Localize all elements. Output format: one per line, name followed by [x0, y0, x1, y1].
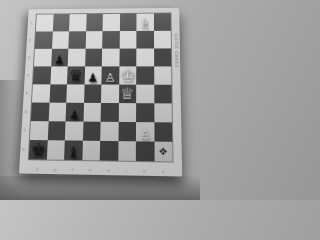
- square-e6: [83, 103, 101, 122]
- file-label-c: c: [125, 168, 127, 173]
- square-f1: [69, 14, 86, 31]
- square-b2: [136, 31, 153, 49]
- white-pawn: ♙: [105, 72, 116, 84]
- square-f6: ♟: [66, 103, 84, 122]
- square-e7: [82, 122, 100, 141]
- square-e2: [85, 31, 102, 49]
- rank-label-4: 4: [27, 73, 30, 78]
- square-g5: [49, 84, 67, 102]
- square-f5: [66, 84, 84, 102]
- square-b7: ♙: [136, 122, 154, 141]
- square-h8: ♚: [29, 140, 47, 160]
- square-a7: [154, 122, 172, 142]
- file-label-e: e: [89, 167, 92, 172]
- square-c7: [118, 122, 136, 141]
- square-b4: [136, 66, 154, 84]
- rank-label-2: 2: [29, 38, 32, 43]
- rank-label-1: 1: [30, 21, 33, 25]
- black-king: ♚: [30, 141, 46, 158]
- square-a1: [153, 13, 170, 30]
- square-g6: [48, 103, 66, 122]
- square-h7: [30, 121, 48, 140]
- square-c8: [118, 141, 136, 161]
- square-a3: [154, 48, 172, 66]
- square-c2: [119, 31, 136, 49]
- square-c3: [119, 49, 136, 67]
- photo-scene: QUICK CHESS 12345678 hgfedcba ♗♟♛♟♙♔♕♟♙♚…: [0, 0, 200, 200]
- square-c1: [119, 14, 136, 31]
- square-f7: [65, 121, 83, 140]
- square-g8: [46, 140, 64, 160]
- square-f4: ♛: [67, 66, 85, 84]
- square-e8: [82, 141, 100, 161]
- file-labels: hgfedcba: [28, 166, 172, 174]
- square-g7: [47, 121, 65, 140]
- square-e3: [85, 49, 102, 67]
- file-label-d: d: [107, 168, 110, 173]
- square-b6: [136, 103, 154, 122]
- square-c5: ♕: [118, 85, 136, 104]
- black-pawn: ♟: [69, 109, 80, 121]
- square-b8: [136, 141, 154, 161]
- square-g1: [52, 14, 69, 31]
- black-bishop: ♝: [67, 145, 80, 159]
- square-d5: [101, 85, 119, 104]
- rank-label-8: 8: [22, 147, 25, 152]
- square-c6: [118, 103, 136, 122]
- square-h5: [32, 84, 50, 102]
- square-g4: [50, 66, 68, 84]
- square-a2: [154, 31, 171, 49]
- square-a4: [154, 66, 172, 84]
- file-label-f: f: [72, 167, 74, 172]
- square-d2: [102, 31, 119, 49]
- white-bishop: ♗: [139, 17, 151, 30]
- rank-label-7: 7: [23, 128, 26, 133]
- square-e4: ♟: [84, 66, 102, 84]
- square-c4: ♔: [119, 66, 137, 84]
- square-h6: [31, 103, 49, 122]
- rank-label-3: 3: [28, 55, 31, 60]
- square-b1: ♗: [136, 14, 153, 31]
- square-e1: [86, 14, 103, 31]
- square-h1: [36, 14, 53, 31]
- board-grid: ♗♟♛♟♙♔♕♟♙♚♝❖: [29, 13, 173, 161]
- square-e5: [84, 84, 102, 102]
- square-a5: [154, 85, 172, 104]
- square-g3: ♟: [51, 49, 69, 67]
- square-g2: [52, 31, 69, 48]
- square-f8: ♝: [64, 140, 82, 160]
- square-d1: [103, 14, 120, 31]
- file-label-a: a: [162, 169, 165, 174]
- file-label-g: g: [54, 167, 57, 172]
- board-mat: QUICK CHESS 12345678 hgfedcba ♗♟♛♟♙♔♕♟♙♚…: [19, 8, 182, 177]
- square-a8: ❖: [154, 142, 172, 162]
- white-pawn: ♙: [139, 128, 150, 140]
- black-pawn: ♟: [87, 72, 98, 83]
- square-d6: [101, 103, 119, 122]
- square-d8: [100, 141, 118, 161]
- square-h4: [33, 66, 51, 84]
- black-queen: ♛: [69, 68, 84, 83]
- rank-label-5: 5: [26, 91, 29, 96]
- compass-logo-icon: ❖: [158, 146, 167, 157]
- rank-label-6: 6: [24, 109, 27, 114]
- black-pawn: ♟: [54, 54, 65, 65]
- board-brand-text: QUICK CHESS: [174, 33, 180, 67]
- square-b5: [136, 85, 154, 104]
- square-f2: [68, 31, 85, 48]
- chess-board: QUICK CHESS 12345678 hgfedcba ♗♟♛♟♙♔♕♟♙♚…: [19, 8, 182, 177]
- square-d4: ♙: [101, 66, 119, 84]
- square-h2: [35, 31, 52, 48]
- square-h3: [34, 49, 52, 67]
- white-king: ♔: [120, 67, 135, 83]
- square-d3: [102, 49, 119, 67]
- table-surface-shadow: [0, 176, 200, 200]
- white-queen: ♕: [120, 87, 135, 103]
- square-f3: [68, 49, 86, 67]
- file-label-b: b: [143, 168, 146, 173]
- square-d7: [100, 122, 118, 141]
- square-b3: [136, 48, 153, 66]
- file-label-h: h: [36, 167, 39, 172]
- square-a6: [154, 103, 172, 122]
